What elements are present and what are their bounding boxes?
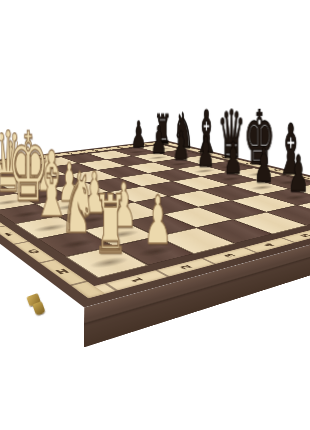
black-pawn-a7: ♟ [131, 118, 146, 152]
black-pawn-c7: ♟ [172, 127, 189, 165]
chess-set-photo: 12345678 12345678 ABCDEFGH ABCDEFGH ♜♟♟♜… [0, 0, 310, 430]
perspective-scene: 12345678 12345678 ABCDEFGH ABCDEFGH ♜♟♟♜… [0, 0, 310, 430]
latch-hook [32, 301, 46, 316]
white-knight-g1: ♞ [61, 165, 97, 245]
black-pawn-b7: ♟ [151, 122, 167, 158]
black-pawn-g7: ♟ [288, 150, 309, 197]
square-g5 [199, 201, 267, 220]
black-pawn-e7: ♟ [223, 137, 242, 179]
chess-board: 12345678 12345678 ABCDEFGH ABCDEFGH ♜♟♟♜… [0, 140, 310, 308]
black-pawn-f7: ♟ [254, 143, 274, 188]
black-pawn-d7: ♟ [197, 132, 215, 172]
white-pawn-h2: ♟ [143, 189, 171, 252]
white-rook-h1: ♜ [93, 187, 127, 264]
